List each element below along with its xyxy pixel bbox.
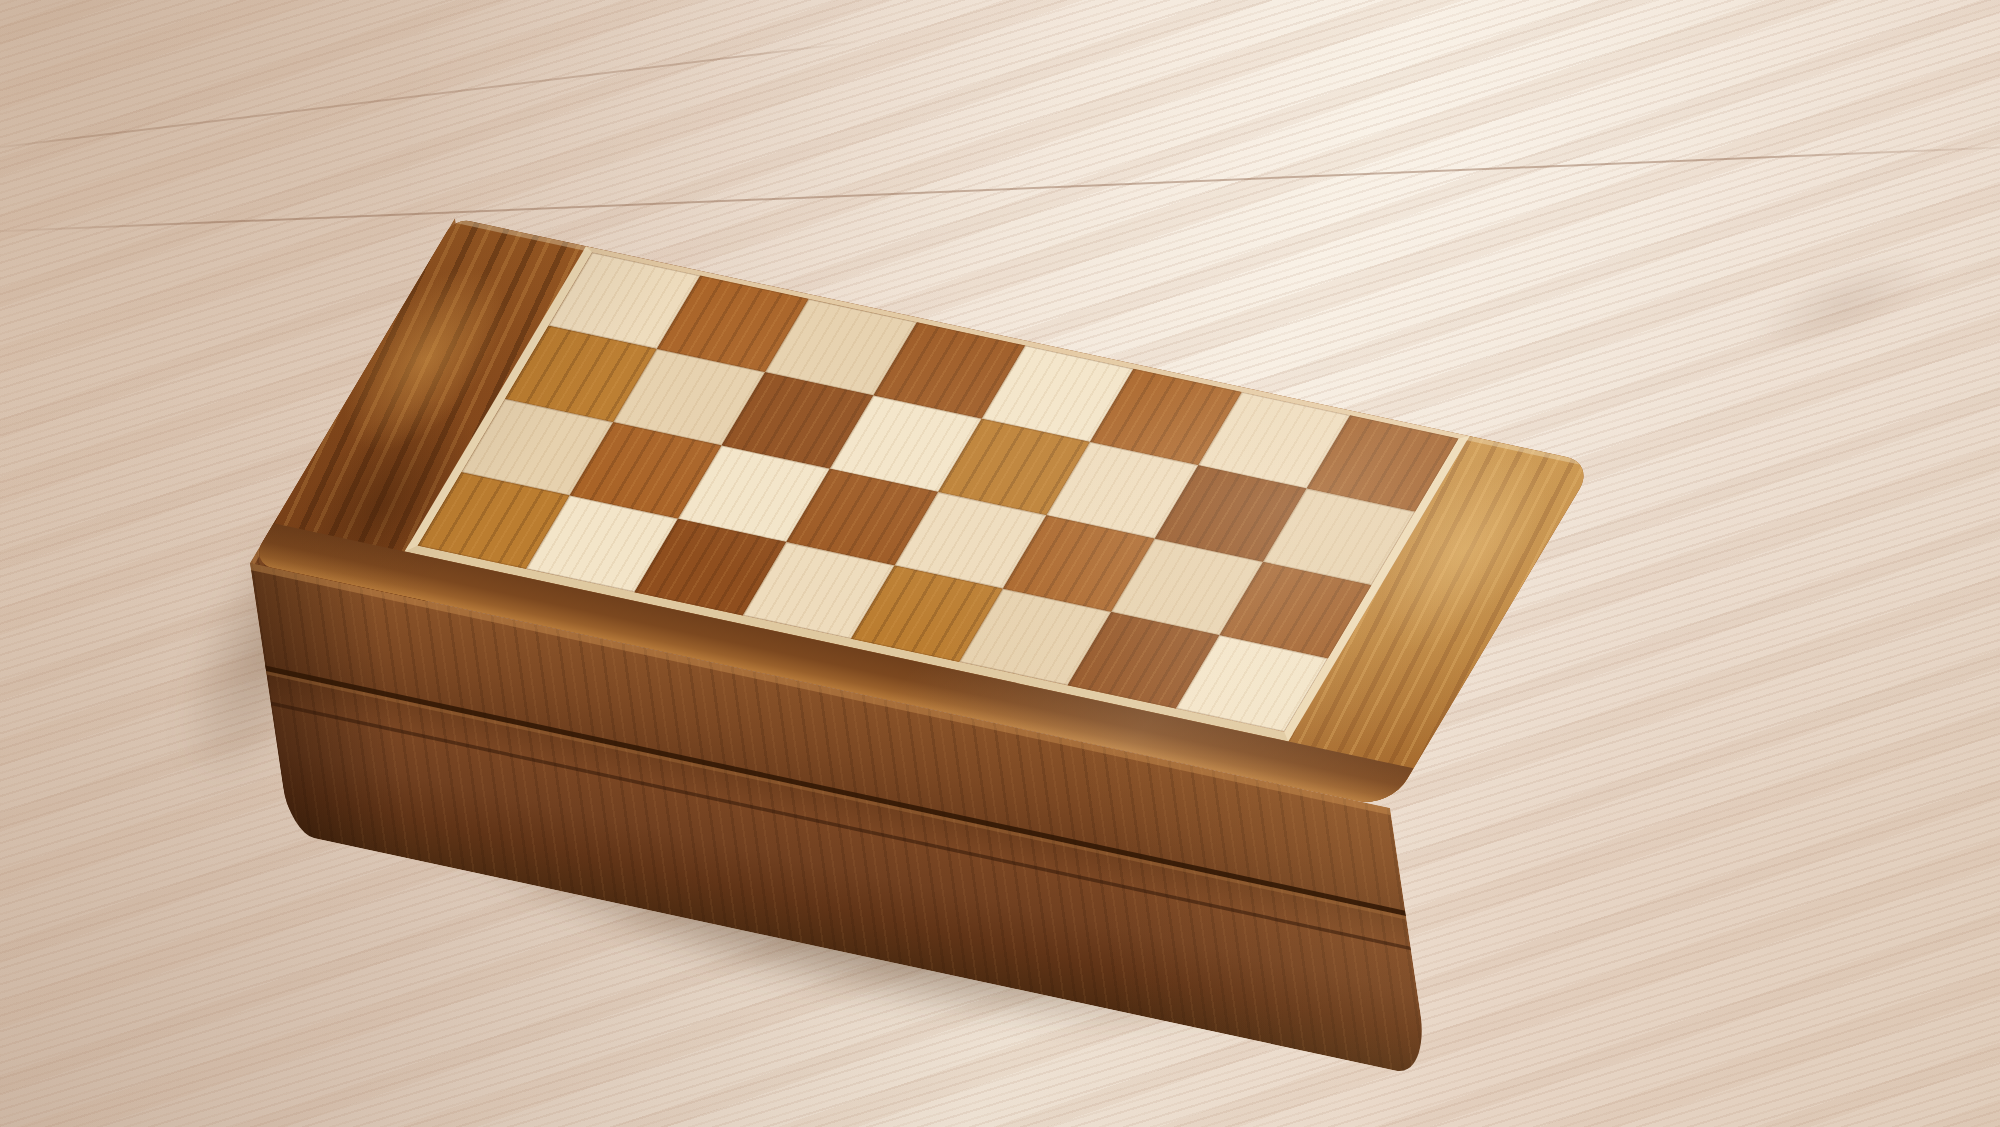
scene (0, 0, 2000, 1127)
